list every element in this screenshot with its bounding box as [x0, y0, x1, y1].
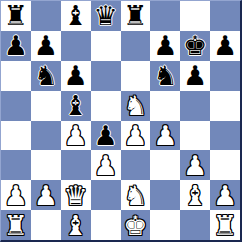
square-h1[interactable]: ♜	[210, 210, 240, 240]
piece-black-pawn[interactable]: ♟	[93, 122, 117, 149]
square-f3[interactable]	[150, 150, 180, 180]
square-a8[interactable]: ♜	[1, 1, 31, 31]
square-g1[interactable]	[180, 210, 210, 240]
piece-white-queen[interactable]: ♛	[64, 182, 88, 209]
square-f8[interactable]	[150, 1, 180, 31]
square-h3[interactable]	[210, 150, 240, 180]
square-e3[interactable]	[121, 150, 151, 180]
square-b8[interactable]	[31, 1, 61, 31]
square-b3[interactable]	[31, 150, 61, 180]
square-g8[interactable]	[180, 1, 210, 31]
piece-black-pawn[interactable]: ♟	[183, 62, 207, 89]
square-g3[interactable]: ♟	[180, 150, 210, 180]
piece-black-pawn[interactable]: ♟	[34, 32, 58, 59]
square-b7[interactable]: ♟	[31, 31, 61, 61]
piece-black-bishop[interactable]: ♝	[64, 2, 88, 29]
square-a7[interactable]: ♟	[1, 31, 31, 61]
square-a1[interactable]: ♜	[1, 210, 31, 240]
square-c6[interactable]: ♟	[61, 61, 91, 91]
piece-black-rook[interactable]: ♜	[123, 2, 147, 29]
piece-white-pawn[interactable]: ♟	[213, 182, 237, 209]
square-f6[interactable]: ♞	[150, 61, 180, 91]
square-a5[interactable]	[1, 91, 31, 121]
square-h2[interactable]: ♟	[210, 180, 240, 210]
piece-black-bishop[interactable]: ♝	[64, 92, 88, 119]
square-h6[interactable]	[210, 61, 240, 91]
square-g2[interactable]: ♝	[180, 180, 210, 210]
square-f5[interactable]	[150, 91, 180, 121]
square-a3[interactable]	[1, 150, 31, 180]
square-b4[interactable]	[31, 121, 61, 151]
square-d4[interactable]: ♟	[91, 121, 121, 151]
piece-white-rook[interactable]: ♜	[4, 212, 28, 239]
square-c3[interactable]	[61, 150, 91, 180]
piece-black-pawn[interactable]: ♟	[153, 32, 177, 59]
square-b6[interactable]: ♞	[31, 61, 61, 91]
square-h5[interactable]	[210, 91, 240, 121]
square-e4[interactable]: ♟	[121, 121, 151, 151]
piece-white-rook[interactable]: ♜	[213, 212, 237, 239]
piece-black-pawn[interactable]: ♟	[4, 32, 28, 59]
square-e1[interactable]: ♚	[121, 210, 151, 240]
square-d6[interactable]	[91, 61, 121, 91]
square-c8[interactable]: ♝	[61, 1, 91, 31]
square-h8[interactable]	[210, 1, 240, 31]
square-d8[interactable]: ♛	[91, 1, 121, 31]
square-d3[interactable]: ♟	[91, 150, 121, 180]
square-g6[interactable]: ♟	[180, 61, 210, 91]
piece-white-pawn[interactable]: ♟	[4, 182, 28, 209]
piece-white-knight[interactable]: ♞	[123, 92, 147, 119]
square-h7[interactable]: ♟	[210, 31, 240, 61]
square-d7[interactable]	[91, 31, 121, 61]
piece-white-bishop[interactable]: ♝	[183, 182, 207, 209]
square-c5[interactable]: ♝	[61, 91, 91, 121]
piece-black-queen[interactable]: ♛	[93, 2, 117, 29]
square-f1[interactable]	[150, 210, 180, 240]
square-d5[interactable]	[91, 91, 121, 121]
square-c7[interactable]	[61, 31, 91, 61]
piece-white-pawn[interactable]: ♟	[153, 122, 177, 149]
square-d2[interactable]	[91, 180, 121, 210]
square-f4[interactable]: ♟	[150, 121, 180, 151]
piece-black-knight[interactable]: ♞	[153, 62, 177, 89]
piece-white-king[interactable]: ♚	[123, 212, 147, 239]
square-d1[interactable]	[91, 210, 121, 240]
square-e5[interactable]: ♞	[121, 91, 151, 121]
piece-black-knight[interactable]: ♞	[34, 62, 58, 89]
square-g5[interactable]	[180, 91, 210, 121]
piece-white-pawn[interactable]: ♟	[123, 122, 147, 149]
square-a6[interactable]	[1, 61, 31, 91]
square-g4[interactable]	[180, 121, 210, 151]
piece-white-pawn[interactable]: ♟	[93, 152, 117, 179]
piece-white-pawn[interactable]: ♟	[34, 182, 58, 209]
square-a2[interactable]: ♟	[1, 180, 31, 210]
piece-black-pawn[interactable]: ♟	[213, 32, 237, 59]
piece-white-knight[interactable]: ♞	[123, 182, 147, 209]
square-g7[interactable]: ♚	[180, 31, 210, 61]
piece-white-pawn[interactable]: ♟	[64, 122, 88, 149]
square-e8[interactable]: ♜	[121, 1, 151, 31]
square-b1[interactable]	[31, 210, 61, 240]
square-c2[interactable]: ♛	[61, 180, 91, 210]
square-c1[interactable]: ♝	[61, 210, 91, 240]
piece-black-king[interactable]: ♚	[183, 32, 207, 59]
square-f2[interactable]	[150, 180, 180, 210]
square-h4[interactable]	[210, 121, 240, 151]
square-e6[interactable]	[121, 61, 151, 91]
piece-white-bishop[interactable]: ♝	[64, 212, 88, 239]
square-e7[interactable]	[121, 31, 151, 61]
square-b5[interactable]	[31, 91, 61, 121]
piece-black-pawn[interactable]: ♟	[64, 62, 88, 89]
piece-black-rook[interactable]: ♜	[4, 2, 28, 29]
square-e2[interactable]: ♞	[121, 180, 151, 210]
square-c4[interactable]: ♟	[61, 121, 91, 151]
square-a4[interactable]	[1, 121, 31, 151]
chess-board: ♜♝♛♜♟♟♟♚♟♞♟♞♟♝♞♟♟♟♟♟♟♟♟♛♞♝♟♜♝♚♜	[0, 0, 242, 242]
square-b2[interactable]: ♟	[31, 180, 61, 210]
piece-white-pawn[interactable]: ♟	[183, 152, 207, 179]
square-f7[interactable]: ♟	[150, 31, 180, 61]
